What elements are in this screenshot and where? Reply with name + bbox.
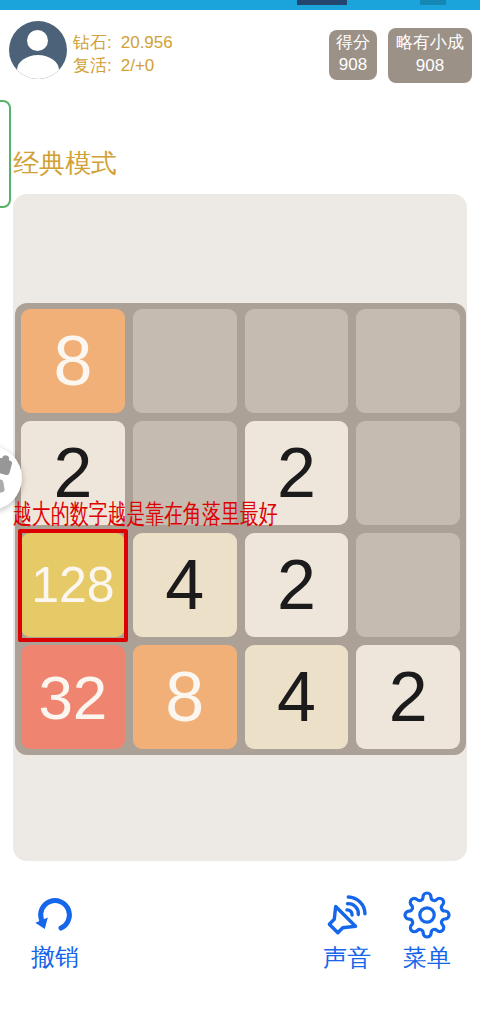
score-value: 908 <box>329 54 377 76</box>
menu-label: 菜单 <box>403 942 451 974</box>
puzzle-icon <box>0 457 13 475</box>
rank-label: 略有小成 <box>388 31 472 54</box>
undo-button[interactable]: 撤销 <box>22 892 88 973</box>
undo-label: 撤销 <box>31 941 79 973</box>
score-box: 得分 908 <box>329 30 377 80</box>
revive-label: 复活: <box>73 56 112 75</box>
empty-cell <box>245 309 349 413</box>
tile-8: 8 <box>133 645 237 749</box>
revive-value: 2/+0 <box>121 56 155 75</box>
empty-cell <box>356 309 460 413</box>
empty-cell <box>356 533 460 637</box>
board[interactable]: 8221284232842 <box>15 303 466 755</box>
undo-icon <box>32 892 78 938</box>
diamond-value: 20.956 <box>121 33 173 52</box>
player-info: 钻石:20.956 复活:2/+0 <box>73 31 173 77</box>
rank-value: 908 <box>388 54 472 77</box>
diamond-label: 钻石: <box>73 33 112 52</box>
puzzle-icon <box>0 479 5 494</box>
status-bar-remnant <box>420 0 446 5</box>
tile-4: 4 <box>133 533 237 637</box>
menu-button[interactable]: 菜单 <box>394 891 460 974</box>
tile-highlight-outline <box>18 529 128 642</box>
tile-2: 2 <box>245 533 349 637</box>
side-drawer-handle[interactable] <box>0 100 11 208</box>
sound-label: 声音 <box>323 942 371 974</box>
score-label: 得分 <box>329 32 377 54</box>
status-bar <box>0 0 480 10</box>
diamond-line: 钻石:20.956 <box>73 31 173 54</box>
avatar-head-icon <box>24 27 51 54</box>
status-bar-remnant <box>297 0 347 5</box>
empty-cell <box>133 309 237 413</box>
sound-button[interactable]: 声音 <box>314 891 380 974</box>
revive-line: 复活:2/+0 <box>73 54 173 77</box>
gear-icon <box>403 891 451 939</box>
tile-32: 32 <box>21 645 125 749</box>
empty-cell <box>356 421 460 525</box>
tile-4: 4 <box>245 645 349 749</box>
avatar[interactable] <box>9 21 67 79</box>
avatar-torso-icon <box>17 55 59 79</box>
tile-8: 8 <box>21 309 125 413</box>
mode-title: 经典模式 <box>13 146 117 181</box>
sound-icon <box>323 891 371 939</box>
tile-2: 2 <box>356 645 460 749</box>
hint-text: 越大的数字越是靠在角落里最好 <box>13 500 278 529</box>
rank-box: 略有小成 908 <box>388 28 472 83</box>
